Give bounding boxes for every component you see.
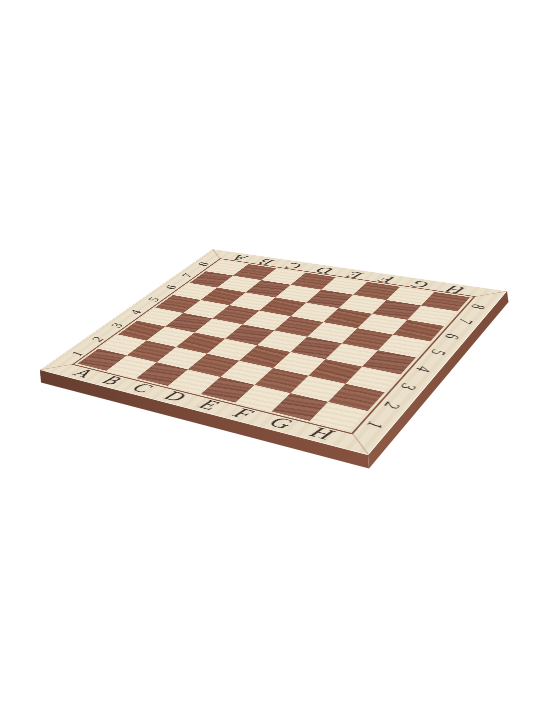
file-label-near-b: B bbox=[99, 374, 124, 387]
corner-seam-far-left bbox=[212, 249, 220, 259]
rank-label-left-6: 6 bbox=[162, 284, 180, 289]
rank-label-right-7: 7 bbox=[454, 318, 476, 325]
rank-label-left-7: 7 bbox=[179, 273, 196, 278]
product-photo-background: ABCDEFGH ABCDEFGH 87654321 87654321 bbox=[0, 0, 540, 720]
rank-label-right-8: 8 bbox=[467, 303, 489, 309]
rank-label-left-3: 3 bbox=[108, 322, 126, 328]
rank-label-right-6: 6 bbox=[441, 333, 464, 340]
rank-label-left-1: 1 bbox=[68, 350, 87, 357]
file-label-near-d: D bbox=[161, 389, 190, 404]
rank-label-left-8: 8 bbox=[195, 262, 212, 267]
rank-label-left-5: 5 bbox=[145, 297, 163, 303]
file-label-near-e: E bbox=[196, 397, 223, 412]
corner-seam-far-right bbox=[473, 291, 508, 297]
rank-label-right-4: 4 bbox=[412, 365, 436, 373]
rank-label-right-1: 1 bbox=[362, 420, 387, 430]
rank-label-left-4: 4 bbox=[127, 309, 145, 315]
file-label-near-h: H bbox=[306, 424, 337, 442]
rank-label-left-2: 2 bbox=[89, 336, 108, 343]
rank-label-right-3: 3 bbox=[396, 382, 420, 391]
file-label-near-g: G bbox=[266, 415, 296, 432]
rank-label-right-5: 5 bbox=[426, 348, 449, 356]
file-label-near-a: A bbox=[71, 367, 96, 380]
rank-label-right-2: 2 bbox=[379, 400, 404, 409]
file-label-near-f: F bbox=[230, 406, 257, 422]
file-label-near-c: C bbox=[129, 381, 156, 395]
